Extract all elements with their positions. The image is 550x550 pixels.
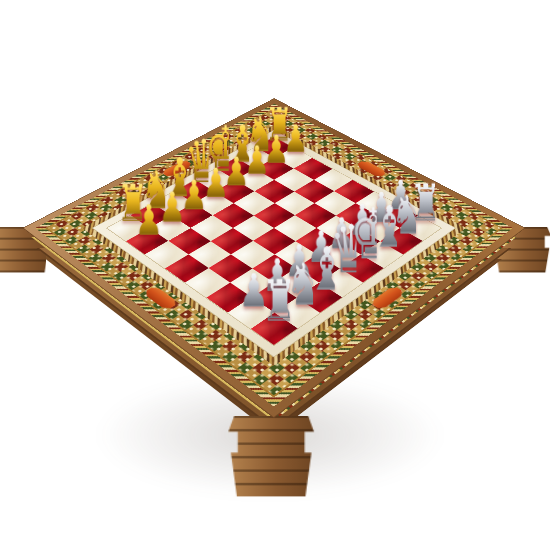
board-perspective-wrap: ♜♞♝♛♚♝♞♜♟♟♟♟♟♟♟♟♟♟♟♟♟♟♟♟♜♞♝♛♚♝♞♜ (96, 50, 452, 406)
square-e5[interactable] (253, 203, 294, 228)
square-a7[interactable]: ♟ (126, 228, 168, 254)
square-g6[interactable] (274, 169, 313, 192)
playing-grid: ♜♞♝♛♚♝♞♜♟♟♟♟♟♟♟♟♟♟♟♟♟♟♟♟♜♞♝♛♚♝♞♜ (107, 137, 441, 345)
piece-gold-pawn[interactable]: ♟ (244, 141, 268, 180)
square-h6[interactable] (293, 158, 332, 180)
square-h7[interactable]: ♟ (274, 147, 312, 168)
inlay-octagon-right (355, 159, 388, 177)
square-g7[interactable]: ♟ (255, 158, 294, 180)
piece-gold-pawn[interactable]: ♟ (202, 164, 226, 204)
product-scene: ♜♞♝♛♚♝♞♜♟♟♟♟♟♟♟♟♟♟♟♟♟♟♟♟♜♞♝♛♚♝♞♜ (0, 0, 550, 550)
piece-gold-pawn[interactable]: ♟ (223, 152, 247, 192)
piece-gold-king[interactable]: ♚ (204, 117, 228, 180)
piece-gold-bishop[interactable]: ♝ (225, 118, 248, 169)
piece-gold-pawn[interactable]: ♟ (264, 131, 287, 169)
square-a1[interactable]: ♜ (250, 313, 297, 345)
board-outer-frame: ♜♞♝♛♚♝♞♜♟♟♟♟♟♟♟♟♟♟♟♟♟♟♟♟♜♞♝♛♚♝♞♜ (22, 98, 525, 418)
piece-gold-knight[interactable]: ♞ (245, 110, 268, 158)
square-f5[interactable] (274, 191, 314, 215)
square-f8[interactable]: ♝ (216, 158, 255, 180)
square-f6[interactable] (254, 180, 294, 203)
border-stripe-outer: ♜♞♝♛♚♝♞♜♟♟♟♟♟♟♟♟♟♟♟♟♟♟♟♟♜♞♝♛♚♝♞♜ (35, 104, 513, 407)
square-f7[interactable]: ♟ (235, 169, 274, 192)
chess-board: ♜♞♝♛♚♝♞♜♟♟♟♟♟♟♟♟♟♟♟♟♟♟♟♟♜♞♝♛♚♝♞♜ (22, 98, 525, 418)
square-g5[interactable] (294, 180, 334, 203)
square-g8[interactable]: ♞ (236, 147, 274, 168)
piece-gold-queen[interactable]: ♛ (183, 132, 207, 191)
square-h8[interactable]: ♜ (255, 137, 293, 158)
square-e7[interactable]: ♟ (214, 180, 254, 203)
piece-silver-rook[interactable]: ♜ (261, 273, 289, 330)
square-e8[interactable]: ♚ (196, 169, 235, 192)
square-h5[interactable] (313, 169, 352, 192)
square-e6[interactable] (234, 191, 274, 215)
square-a6[interactable] (145, 241, 188, 268)
piece-gold-pawn[interactable]: ♟ (135, 200, 161, 242)
piece-gold-rook[interactable]: ♜ (264, 102, 287, 148)
square-d7[interactable]: ♟ (193, 191, 233, 215)
piece-gold-pawn[interactable]: ♟ (283, 120, 306, 158)
inlay-octagon-top (160, 159, 193, 177)
board-foot-front (228, 416, 314, 497)
square-b6[interactable] (168, 228, 210, 254)
square-d6[interactable] (212, 203, 253, 228)
border-mosaic-band: ♜♞♝♛♚♝♞♜♟♟♟♟♟♟♟♟♟♟♟♟♟♟♟♟♜♞♝♛♚♝♞♜ (45, 108, 503, 398)
